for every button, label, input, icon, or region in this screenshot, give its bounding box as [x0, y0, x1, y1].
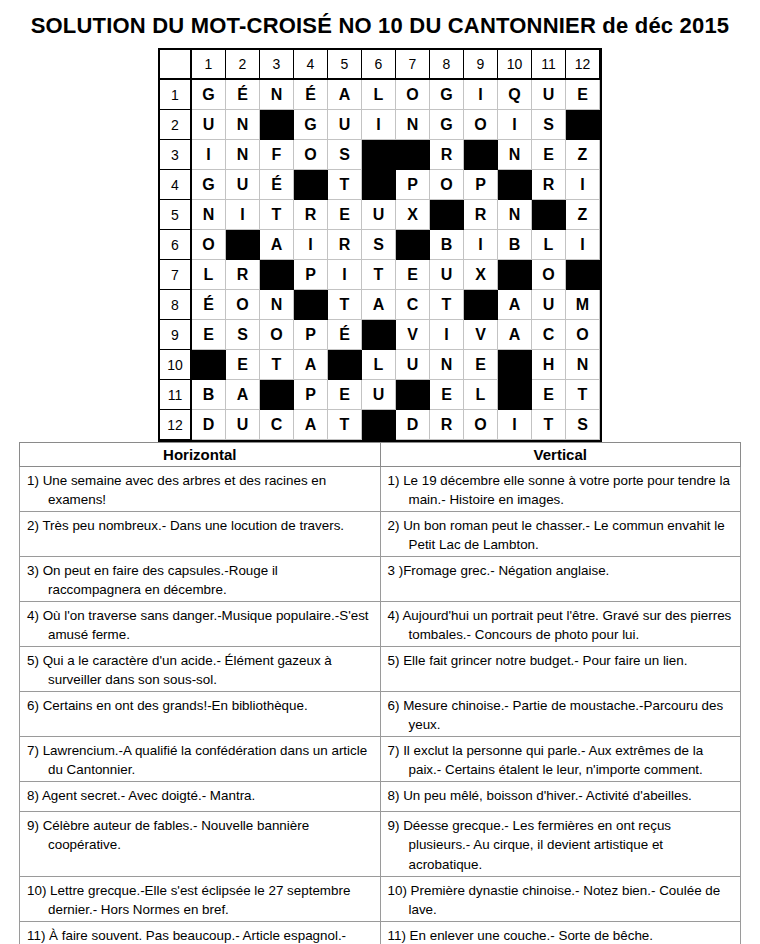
row-label-12: 12: [160, 410, 192, 440]
vertical-clue: 7) Il exclut la personne qui parle.- Aux…: [380, 737, 741, 782]
clue-row: 8) Agent secret.- Avec doigté.- Mantra.8…: [20, 782, 741, 812]
grid-black-cell: [532, 200, 566, 230]
grid-cell: I: [498, 110, 532, 140]
col-label-5: 5: [328, 50, 362, 80]
grid-cell: O: [532, 260, 566, 290]
grid-cell: N: [566, 350, 600, 380]
row-label-1: 1: [160, 80, 192, 110]
grid-cell: U: [532, 290, 566, 320]
grid-cell: E: [192, 320, 226, 350]
grid-cell: V: [464, 320, 498, 350]
grid-cell: G: [192, 170, 226, 200]
grid-black-cell: [294, 170, 328, 200]
grid-black-cell: [498, 170, 532, 200]
grid-cell: N: [396, 110, 430, 140]
row-label-8: 8: [160, 290, 192, 320]
grid-cell: A: [294, 410, 328, 440]
row-label-4: 4: [160, 170, 192, 200]
grid-cell: I: [192, 140, 226, 170]
grid-cell: T: [260, 350, 294, 380]
grid-cell: É: [328, 320, 362, 350]
grid-cell: E: [532, 140, 566, 170]
vertical-clues-header: Vertical: [380, 443, 741, 467]
grid-cell: G: [294, 110, 328, 140]
col-label-3: 3: [260, 50, 294, 80]
grid-cell: D: [396, 410, 430, 440]
grid-cell: T: [566, 380, 600, 410]
grid-cell: Z: [566, 200, 600, 230]
grid-cell: I: [464, 80, 498, 110]
grid-cell: A: [260, 230, 294, 260]
grid-black-cell: [566, 110, 600, 140]
grid-black-cell: [328, 350, 362, 380]
grid-cell: N: [226, 140, 260, 170]
clue-row: 3) On peut en faire des capsules.-Rouge …: [20, 557, 741, 602]
clue-row: 10) Lettre grecque.-Elle s'est éclipsée …: [20, 876, 741, 921]
grid-cell: S: [362, 230, 396, 260]
grid-cell: T: [430, 290, 464, 320]
grid-black-cell: [498, 350, 532, 380]
grid-cell: E: [396, 260, 430, 290]
grid-cell: A: [362, 290, 396, 320]
grid-cell: C: [260, 410, 294, 440]
row-label-7: 7: [160, 260, 192, 290]
grid-cell: R: [464, 200, 498, 230]
grid-cell: O: [464, 110, 498, 140]
grid-cell: R: [430, 410, 464, 440]
grid-black-cell: [464, 140, 498, 170]
grid-cell: O: [192, 230, 226, 260]
clues-table: Horizontal Vertical 1) Une semaine avec …: [19, 442, 741, 944]
clues-header-row: Horizontal Vertical: [20, 443, 741, 467]
col-label-4: 4: [294, 50, 328, 80]
grid-cell: E: [328, 200, 362, 230]
col-label-2: 2: [226, 50, 260, 80]
grid-cell: I: [566, 230, 600, 260]
horizontal-clue: 1) Une semaine avec des arbres et des ra…: [20, 467, 381, 512]
grid-cell: U: [430, 260, 464, 290]
col-label-10: 10: [498, 50, 532, 80]
grid-black-cell: [362, 140, 396, 170]
grid-cell: É: [260, 170, 294, 200]
grid-black-cell: [192, 350, 226, 380]
grid-cell: P: [294, 320, 328, 350]
grid-cell: A: [498, 320, 532, 350]
grid-cell: U: [532, 80, 566, 110]
grid-cell: G: [430, 80, 464, 110]
grid-black-cell: [430, 200, 464, 230]
grid-cell: U: [226, 170, 260, 200]
grid-cell: N: [498, 140, 532, 170]
grid-black-cell: [498, 380, 532, 410]
col-label-9: 9: [464, 50, 498, 80]
vertical-clue: 4) Aujourd'hui un portrait peut l'être. …: [380, 602, 741, 647]
row-label-9: 9: [160, 320, 192, 350]
horizontal-clue: 3) On peut en faire des capsules.-Rouge …: [20, 557, 381, 602]
grid-cell: N: [498, 200, 532, 230]
grid-cell: B: [430, 230, 464, 260]
grid-cell: E: [226, 350, 260, 380]
row-label-11: 11: [160, 380, 192, 410]
grid-cell: C: [532, 320, 566, 350]
grid-cell: R: [430, 140, 464, 170]
col-label-8: 8: [430, 50, 464, 80]
horizontal-clue: 2) Très peu nombreux.- Dans une locution…: [20, 512, 381, 557]
grid-cell: P: [294, 380, 328, 410]
grid-cell: N: [192, 200, 226, 230]
grid-cell: I: [430, 320, 464, 350]
grid-cell: I: [464, 230, 498, 260]
grid-cell: S: [328, 140, 362, 170]
grid-black-cell: [396, 380, 430, 410]
grid-black-cell: [498, 260, 532, 290]
grid-black-cell: [226, 230, 260, 260]
grid-cell: T: [328, 170, 362, 200]
grid-cell: U: [226, 410, 260, 440]
page-title: SOLUTION DU MOT-CROISÉ NO 10 DU CANTONNI…: [0, 0, 760, 39]
grid-cell: L: [362, 80, 396, 110]
clue-row: 2) Très peu nombreux.- Dans une locution…: [20, 512, 741, 557]
grid-cell: O: [566, 320, 600, 350]
grid-cell: P: [294, 260, 328, 290]
grid-cell: I: [498, 410, 532, 440]
vertical-clue: 10) Première dynastie chinoise.- Notez b…: [380, 876, 741, 921]
grid-cell: L: [192, 260, 226, 290]
grid-cell: A: [498, 290, 532, 320]
grid-cell: P: [464, 170, 498, 200]
grid-cell: A: [328, 80, 362, 110]
grid-cell: C: [396, 290, 430, 320]
grid-black-cell: [464, 290, 498, 320]
grid-cell: D: [192, 410, 226, 440]
grid-black-cell: [362, 320, 396, 350]
horizontal-clue: 7) Lawrencium.-A qualifié la confédérati…: [20, 737, 381, 782]
grid-cell: T: [328, 410, 362, 440]
clue-row: 7) Lawrencium.-A qualifié la confédérati…: [20, 737, 741, 782]
grid-cell: T: [328, 290, 362, 320]
grid-cell: P: [396, 170, 430, 200]
clue-row: 5) Qui a le caractère d'un acide.- Éléme…: [20, 647, 741, 692]
clue-row: 11) À faire souvent. Pas beaucoup.- Arti…: [20, 921, 741, 944]
grid-black-cell: [566, 260, 600, 290]
grid-black-cell: [396, 230, 430, 260]
grid-cell: M: [566, 290, 600, 320]
grid-black-cell: [294, 290, 328, 320]
grid-cell: V: [396, 320, 430, 350]
grid-cell: É: [226, 80, 260, 110]
grid-cell: E: [464, 350, 498, 380]
row-label-6: 6: [160, 230, 192, 260]
grid-cell: G: [430, 110, 464, 140]
grid-cell: O: [260, 320, 294, 350]
col-label-7: 7: [396, 50, 430, 80]
grid-black-cell: [396, 140, 430, 170]
row-label-5: 5: [160, 200, 192, 230]
horizontal-clue: 6) Certains en ont des grands!-En biblio…: [20, 692, 381, 737]
grid-cell: R: [532, 170, 566, 200]
vertical-clue: 11) En enlever une couche.- Sorte de bêc…: [380, 921, 741, 944]
grid-cell: I: [226, 200, 260, 230]
row-label-2: 2: [160, 110, 192, 140]
grid-cell: T: [362, 260, 396, 290]
vertical-clue: 6) Mesure chinoise.- Partie de moustache…: [380, 692, 741, 737]
grid-cell: U: [362, 200, 396, 230]
col-label-1: 1: [192, 50, 226, 80]
grid-cell: X: [464, 260, 498, 290]
grid-cell: B: [498, 230, 532, 260]
grid-cell: F: [260, 140, 294, 170]
grid-cell: S: [566, 410, 600, 440]
row-label-10: 10: [160, 350, 192, 380]
grid-cell: N: [226, 110, 260, 140]
crossword-grid: 1234567891011121GÉNÉALOGIQUE2UNGUINGOIS3…: [158, 48, 602, 442]
grid-cell: A: [226, 380, 260, 410]
grid-cell: U: [362, 380, 396, 410]
grid-cell: Z: [566, 140, 600, 170]
grid-cell: L: [362, 350, 396, 380]
grid-cell: I: [566, 170, 600, 200]
grid-cell: U: [396, 350, 430, 380]
col-label-11: 11: [532, 50, 566, 80]
grid-corner-cell: [160, 50, 192, 80]
grid-cell: L: [464, 380, 498, 410]
grid-cell: É: [294, 80, 328, 110]
vertical-clue: 3 )Fromage grec.- Négation anglaise.: [380, 557, 741, 602]
grid-cell: G: [192, 80, 226, 110]
grid-cell: R: [226, 260, 260, 290]
grid-cell: O: [294, 140, 328, 170]
col-label-12: 12: [566, 50, 600, 80]
grid-black-cell: [260, 380, 294, 410]
horizontal-clue: 9) Célèbre auteur de fables.- Nouvelle b…: [20, 812, 381, 876]
grid-black-cell: [260, 260, 294, 290]
grid-cell: E: [532, 380, 566, 410]
grid-cell: E: [328, 380, 362, 410]
grid-cell: N: [260, 80, 294, 110]
grid-cell: R: [328, 230, 362, 260]
grid-cell: I: [294, 230, 328, 260]
grid-cell: T: [260, 200, 294, 230]
horizontal-clue: 11) À faire souvent. Pas beaucoup.- Arti…: [20, 921, 381, 944]
col-label-6: 6: [362, 50, 396, 80]
vertical-clue: 2) Un bon roman peut le chasser.- Le com…: [380, 512, 741, 557]
clue-row: 4) Où l'on traverse sans danger.-Musique…: [20, 602, 741, 647]
grid-cell: H: [532, 350, 566, 380]
grid-cell: O: [226, 290, 260, 320]
grid-cell: I: [362, 110, 396, 140]
grid-cell: N: [260, 290, 294, 320]
grid-cell: R: [294, 200, 328, 230]
grid-cell: X: [396, 200, 430, 230]
clue-row: 1) Une semaine avec des arbres et des ra…: [20, 467, 741, 512]
grid-cell: B: [192, 380, 226, 410]
grid-cell: U: [192, 110, 226, 140]
grid-black-cell: [362, 410, 396, 440]
grid-cell: U: [328, 110, 362, 140]
grid-black-cell: [260, 110, 294, 140]
grid-cell: O: [430, 170, 464, 200]
grid-cell: É: [192, 290, 226, 320]
grid-cell: O: [464, 410, 498, 440]
solution-page: SOLUTION DU MOT-CROISÉ NO 10 DU CANTONNI…: [0, 0, 760, 944]
grid-cell: S: [532, 110, 566, 140]
row-label-3: 3: [160, 140, 192, 170]
grid-cell: S: [226, 320, 260, 350]
grid-cell: N: [430, 350, 464, 380]
grid-cell: E: [566, 80, 600, 110]
grid-cell: E: [430, 380, 464, 410]
grid-black-cell: [362, 170, 396, 200]
horizontal-clues-header: Horizontal: [20, 443, 381, 467]
horizontal-clue: 10) Lettre grecque.-Elle s'est éclipsée …: [20, 876, 381, 921]
grid-cell: Q: [498, 80, 532, 110]
clue-row: 6) Certains en ont des grands!-En biblio…: [20, 692, 741, 737]
horizontal-clue: 5) Qui a le caractère d'un acide.- Éléme…: [20, 647, 381, 692]
grid-cell: L: [532, 230, 566, 260]
vertical-clue: 8) Un peu mêlé, boisson d'hiver.- Activi…: [380, 782, 741, 812]
vertical-clue: 5) Elle fait grincer notre budget.- Pour…: [380, 647, 741, 692]
grid-cell: O: [396, 80, 430, 110]
grid-cell: T: [532, 410, 566, 440]
vertical-clue: 1) Le 19 décembre elle sonne à votre por…: [380, 467, 741, 512]
horizontal-clue: 8) Agent secret.- Avec doigté.- Mantra.: [20, 782, 381, 812]
horizontal-clue: 4) Où l'on traverse sans danger.-Musique…: [20, 602, 381, 647]
grid-cell: A: [294, 350, 328, 380]
clue-row: 9) Célèbre auteur de fables.- Nouvelle b…: [20, 812, 741, 876]
vertical-clue: 9) Déesse grecque.- Les fermières en ont…: [380, 812, 741, 876]
grid-cell: I: [328, 260, 362, 290]
